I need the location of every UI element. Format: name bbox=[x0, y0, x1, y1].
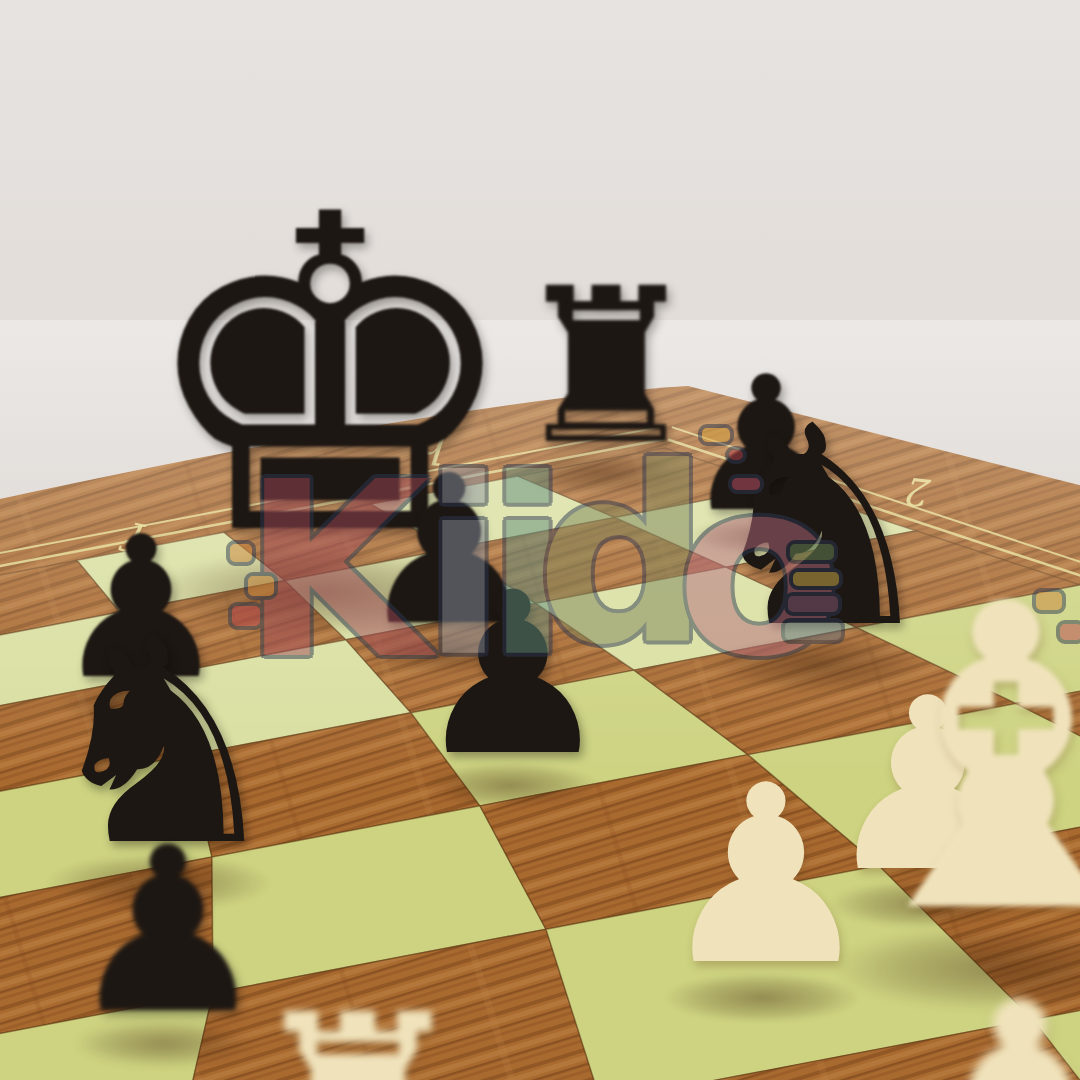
chess-board: fh2 bbox=[0, 0, 1080, 1080]
chess-product-photo: fh2 ♜♚♟♞♟♟♟♞♟♟♟♝♜♟ Kiido bbox=[0, 0, 1080, 1080]
board-coordinate-label: h bbox=[419, 421, 451, 474]
